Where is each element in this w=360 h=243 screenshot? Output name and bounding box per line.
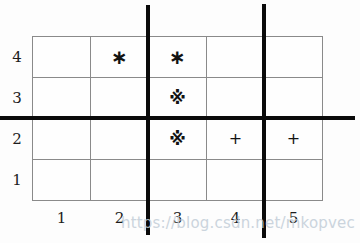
cell-c5r1[interactable] bbox=[265, 160, 322, 200]
row-label-1: 1 bbox=[6, 171, 28, 189]
cell-mark: ※ bbox=[169, 90, 186, 107]
cell-c3r2[interactable]: ※ bbox=[149, 119, 206, 159]
bold-vline-left bbox=[146, 5, 150, 235]
cell-c1r3[interactable] bbox=[33, 78, 90, 118]
cell-c4r4[interactable] bbox=[207, 37, 264, 77]
cell-c3r4[interactable]: ∗ bbox=[149, 37, 206, 77]
cell-mark: + bbox=[287, 131, 300, 147]
col-label-1: 1 bbox=[33, 209, 90, 227]
cell-c5r4[interactable] bbox=[265, 37, 322, 77]
cell-c4r3[interactable] bbox=[207, 78, 264, 118]
cell-c4r1[interactable] bbox=[207, 160, 264, 200]
cell-mark: ∗ bbox=[169, 47, 186, 67]
cell-c2r4[interactable]: ∗ bbox=[91, 37, 148, 77]
cell-c3r1[interactable] bbox=[149, 160, 206, 200]
cell-c2r3[interactable] bbox=[91, 78, 148, 118]
bold-hline bbox=[0, 116, 355, 120]
cell-c1r2[interactable] bbox=[33, 119, 90, 159]
col-label-5: 5 bbox=[265, 209, 322, 227]
cell-c2r2[interactable] bbox=[91, 119, 148, 159]
cell-c4r2[interactable]: + bbox=[207, 119, 264, 159]
bold-vline-right bbox=[262, 4, 266, 238]
cell-c5r3[interactable] bbox=[265, 78, 322, 118]
col-label-2: 2 bbox=[91, 209, 148, 227]
cell-c1r1[interactable] bbox=[33, 160, 90, 200]
cell-c3r3[interactable]: ※ bbox=[149, 78, 206, 118]
cell-mark: ∗ bbox=[111, 47, 128, 67]
row-label-4: 4 bbox=[6, 48, 28, 66]
col-label-3: 3 bbox=[149, 209, 206, 227]
grid-diagram: ∗∗※※++ 4321 12345 https://blog.csdn.net/… bbox=[0, 0, 360, 243]
cell-c5r2[interactable]: + bbox=[265, 119, 322, 159]
cell-c2r1[interactable] bbox=[91, 160, 148, 200]
cell-mark: + bbox=[229, 131, 242, 147]
cell-c1r4[interactable] bbox=[33, 37, 90, 77]
row-label-2: 2 bbox=[6, 130, 28, 148]
col-label-4: 4 bbox=[207, 209, 264, 227]
row-label-3: 3 bbox=[6, 89, 28, 107]
cell-mark: ※ bbox=[169, 131, 186, 148]
